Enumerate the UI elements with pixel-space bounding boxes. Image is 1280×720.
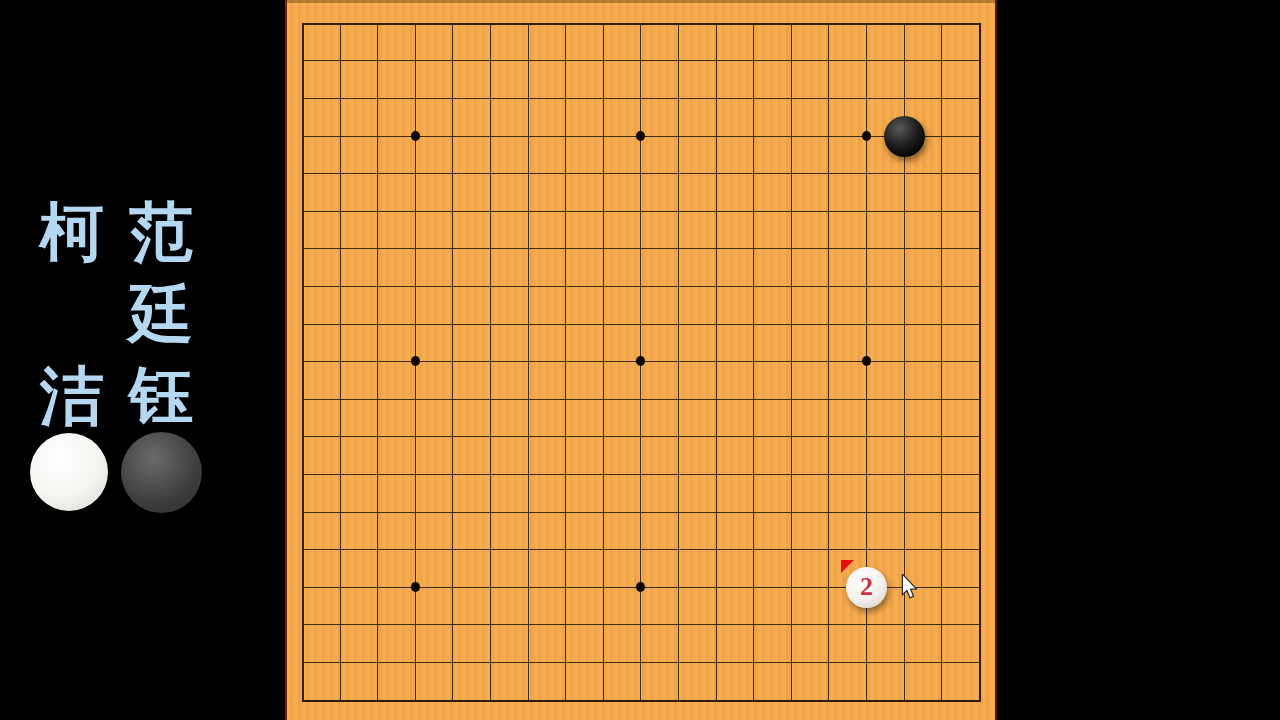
black-stone-R16 xyxy=(884,116,925,157)
grid-line-horizontal xyxy=(302,399,981,400)
mouse-cursor-icon xyxy=(901,574,918,600)
name-char: 柯 xyxy=(40,200,104,264)
grid-line-vertical xyxy=(678,23,679,702)
grid-line-horizontal xyxy=(302,286,981,287)
white-stone-icon xyxy=(30,433,108,511)
star-point xyxy=(636,131,645,141)
name-char: 廷 xyxy=(129,282,193,346)
move-number: 2 xyxy=(860,574,873,600)
star-point xyxy=(411,582,420,592)
star-point xyxy=(636,582,645,592)
player-name-white: 柯洁 xyxy=(36,200,108,428)
grid-line-horizontal xyxy=(302,662,981,663)
grid-line-horizontal xyxy=(302,23,981,25)
name-char: 洁 xyxy=(40,364,104,428)
grid-line-horizontal xyxy=(302,549,981,550)
grid-line-vertical xyxy=(828,23,829,702)
grid-line-vertical xyxy=(979,23,981,702)
grid-line-horizontal xyxy=(302,512,981,513)
grid-line-horizontal xyxy=(302,324,981,325)
grid-line-vertical xyxy=(716,23,717,702)
grid-line-horizontal xyxy=(302,248,981,249)
grid-line-horizontal xyxy=(302,173,981,174)
star-point xyxy=(862,131,871,141)
grid-line-horizontal xyxy=(302,700,981,702)
grid-line-vertical xyxy=(941,23,942,702)
grid-line-horizontal xyxy=(302,436,981,437)
star-point xyxy=(411,131,420,141)
grid-line-vertical xyxy=(791,23,792,702)
last-move-marker-icon xyxy=(841,560,854,573)
grid-line-horizontal xyxy=(302,624,981,625)
star-point xyxy=(411,356,420,366)
event-panel: 第四届梦百合杯八强战 xyxy=(997,0,1280,720)
name-char: 钰 xyxy=(129,364,193,428)
go-board[interactable]: 2 xyxy=(285,0,997,720)
player-name-black: 范廷钰 xyxy=(124,200,198,428)
grid-line-horizontal xyxy=(302,60,981,61)
black-stone-icon xyxy=(121,432,202,513)
grid-line-vertical xyxy=(753,23,754,702)
white-stone-Q4: 2 xyxy=(846,567,887,608)
star-point xyxy=(862,356,871,366)
star-point xyxy=(636,356,645,366)
grid-line-horizontal xyxy=(302,474,981,475)
players-panel: 柯洁 范廷钰 xyxy=(0,0,285,720)
name-char: 范 xyxy=(129,200,193,264)
grid-line-horizontal xyxy=(302,211,981,212)
grid-line-horizontal xyxy=(302,98,981,99)
